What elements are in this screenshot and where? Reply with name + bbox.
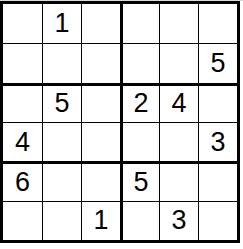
sudoku-page: { "game": { "name": "Sudoku", "variant":… xyxy=(0,0,243,249)
cell-r2c3[interactable] xyxy=(81,43,120,82)
cell-r4c2[interactable] xyxy=(42,122,81,161)
cell-r5c3[interactable] xyxy=(81,161,120,200)
cell-r6c1[interactable] xyxy=(3,201,42,240)
cell-r2c6[interactable]: 5 xyxy=(198,43,237,82)
cell-r6c2[interactable] xyxy=(42,201,81,240)
cell-r1c4[interactable] xyxy=(120,4,159,43)
cell-r6c3[interactable]: 1 xyxy=(81,201,120,240)
cell-r6c4[interactable] xyxy=(120,201,159,240)
cell-r4c5[interactable] xyxy=(159,122,198,161)
cell-r5c2[interactable] xyxy=(42,161,81,200)
cell-r4c4[interactable] xyxy=(120,122,159,161)
cell-r2c4[interactable] xyxy=(120,43,159,82)
cell-r3c1[interactable] xyxy=(3,83,42,122)
cell-r1c1[interactable] xyxy=(3,4,42,43)
cell-r3c4[interactable]: 2 xyxy=(120,83,159,122)
cell-r2c1[interactable] xyxy=(3,43,42,82)
cell-r1c2[interactable]: 1 xyxy=(42,4,81,43)
cell-r6c6[interactable] xyxy=(198,201,237,240)
cell-r4c3[interactable] xyxy=(81,122,120,161)
cell-r1c6[interactable] xyxy=(198,4,237,43)
cell-r2c5[interactable] xyxy=(159,43,198,82)
cell-r5c1[interactable]: 6 xyxy=(3,161,42,200)
cell-r4c6[interactable]: 3 xyxy=(198,122,237,161)
cell-r3c2[interactable]: 5 xyxy=(42,83,81,122)
cell-r6c5[interactable]: 3 xyxy=(159,201,198,240)
cell-r1c3[interactable] xyxy=(81,4,120,43)
cell-r5c5[interactable] xyxy=(159,161,198,200)
cell-r5c6[interactable] xyxy=(198,161,237,200)
cell-r5c4[interactable]: 5 xyxy=(120,161,159,200)
cell-r3c3[interactable] xyxy=(81,83,120,122)
cell-r2c2[interactable] xyxy=(42,43,81,82)
cell-r4c1[interactable]: 4 xyxy=(3,122,42,161)
cell-r3c5[interactable]: 4 xyxy=(159,83,198,122)
cell-r3c6[interactable] xyxy=(198,83,237,122)
cell-r1c5[interactable] xyxy=(159,4,198,43)
sudoku-grid: 15524436513 xyxy=(0,1,240,243)
